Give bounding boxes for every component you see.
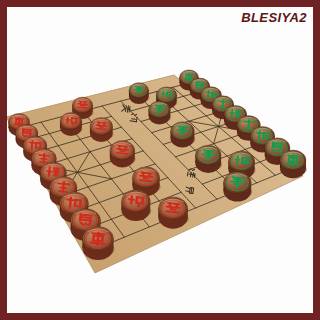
piece-green-soldier: [195, 145, 222, 173]
piece-green-soldier: [129, 83, 150, 104]
piece-red-soldier: [90, 118, 114, 142]
glyph-車: [91, 232, 106, 245]
glyph-車: [287, 155, 299, 166]
piece-green-soldier: [223, 172, 252, 202]
product-photo: BLESIYA2: [0, 0, 320, 320]
piece-red-cannon: [60, 113, 83, 136]
piece-red-cannon: [121, 190, 151, 221]
piece-green-soldier: [171, 122, 196, 148]
xiangqi-board-photo: [0, 0, 320, 320]
piece-red-soldier: [158, 197, 189, 229]
piece-green-chariot: [280, 150, 307, 178]
glyph-車: [184, 73, 193, 81]
piece-red-soldier: [110, 141, 136, 168]
brand-watermark: BLESIYA2: [241, 10, 307, 25]
piece-green-soldier: [149, 101, 172, 124]
glyph-帥: [47, 167, 59, 177]
piece-red-chariot: [82, 227, 114, 260]
